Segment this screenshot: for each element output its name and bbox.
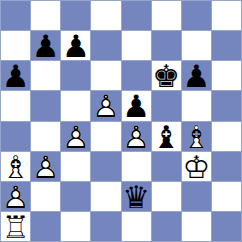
square-b1[interactable] — [31, 212, 60, 241]
square-b8[interactable] — [31, 1, 60, 30]
square-d3[interactable] — [91, 152, 120, 181]
piece-white-pawn[interactable]: ♟♙ — [122, 123, 151, 152]
square-d4[interactable] — [91, 122, 120, 151]
square-a5[interactable] — [1, 91, 30, 120]
square-a4[interactable] — [1, 122, 30, 151]
square-f5[interactable] — [152, 91, 181, 120]
square-d6[interactable] — [91, 61, 120, 90]
square-g2[interactable] — [182, 182, 211, 211]
piece-black-king[interactable]: ♚ — [152, 62, 181, 91]
black-pawn-glyph: ♟ — [31, 32, 60, 61]
square-e6[interactable] — [122, 61, 151, 90]
piece-white-rook[interactable]: ♜♖ — [1, 213, 30, 242]
square-f4[interactable]: ♝ — [152, 122, 181, 151]
white-pawn-glyph: ♙ — [31, 153, 60, 182]
piece-black-bishop[interactable]: ♝ — [152, 123, 181, 152]
piece-white-bishop[interactable]: ♝♗ — [182, 123, 211, 152]
square-d2[interactable] — [91, 182, 120, 211]
square-f8[interactable] — [152, 1, 181, 30]
piece-black-pawn[interactable]: ♟ — [61, 32, 90, 61]
black-queen-glyph: ♛ — [122, 183, 151, 212]
square-f3[interactable] — [152, 152, 181, 181]
square-a1[interactable]: ♜♖ — [1, 212, 30, 241]
square-b6[interactable] — [31, 61, 60, 90]
piece-white-pawn[interactable]: ♟♙ — [31, 153, 60, 182]
black-pawn-glyph: ♟ — [122, 92, 151, 121]
square-a7[interactable] — [1, 31, 30, 60]
piece-white-king[interactable]: ♚♔ — [182, 153, 211, 182]
square-e7[interactable] — [122, 31, 151, 60]
square-h1[interactable] — [212, 212, 241, 241]
square-b5[interactable] — [31, 91, 60, 120]
square-e8[interactable] — [122, 1, 151, 30]
square-d1[interactable] — [91, 212, 120, 241]
square-c5[interactable] — [61, 91, 90, 120]
square-g3[interactable]: ♚♔ — [182, 152, 211, 181]
black-pawn-glyph: ♟ — [182, 62, 211, 91]
white-pawn-glyph: ♙ — [1, 183, 30, 212]
square-a2[interactable]: ♟♙ — [1, 182, 30, 211]
square-d7[interactable] — [91, 31, 120, 60]
square-c8[interactable] — [61, 1, 90, 30]
square-c1[interactable] — [61, 212, 90, 241]
square-e3[interactable] — [122, 152, 151, 181]
piece-black-queen[interactable]: ♛ — [122, 183, 151, 212]
square-h8[interactable] — [212, 1, 241, 30]
square-h7[interactable] — [212, 31, 241, 60]
square-c3[interactable] — [61, 152, 90, 181]
square-g5[interactable] — [182, 91, 211, 120]
square-b4[interactable] — [31, 122, 60, 151]
square-e5[interactable]: ♟ — [122, 91, 151, 120]
piece-white-pawn[interactable]: ♟♙ — [1, 183, 30, 212]
square-h2[interactable] — [212, 182, 241, 211]
square-f7[interactable] — [152, 31, 181, 60]
white-king-glyph: ♔ — [182, 153, 211, 182]
piece-black-pawn[interactable]: ♟ — [1, 62, 30, 91]
square-b3[interactable]: ♟♙ — [31, 152, 60, 181]
square-e1[interactable] — [122, 212, 151, 241]
piece-black-pawn[interactable]: ♟ — [182, 62, 211, 91]
square-a3[interactable]: ♝♗ — [1, 152, 30, 181]
piece-white-pawn[interactable]: ♟♙ — [61, 123, 90, 152]
piece-white-bishop[interactable]: ♝♗ — [1, 153, 30, 182]
white-bishop-glyph: ♗ — [1, 153, 30, 182]
square-f2[interactable] — [152, 182, 181, 211]
square-c7[interactable]: ♟ — [61, 31, 90, 60]
square-a6[interactable]: ♟ — [1, 61, 30, 90]
square-g4[interactable]: ♝♗ — [182, 122, 211, 151]
black-bishop-glyph: ♝ — [152, 123, 181, 152]
square-f6[interactable]: ♚ — [152, 61, 181, 90]
square-f1[interactable] — [152, 212, 181, 241]
square-g8[interactable] — [182, 1, 211, 30]
square-b2[interactable] — [31, 182, 60, 211]
white-pawn-glyph: ♙ — [91, 92, 120, 121]
piece-black-pawn[interactable]: ♟ — [31, 32, 60, 61]
square-e2[interactable]: ♛ — [122, 182, 151, 211]
square-c6[interactable] — [61, 61, 90, 90]
square-g6[interactable]: ♟ — [182, 61, 211, 90]
square-h3[interactable] — [212, 152, 241, 181]
white-rook-glyph: ♖ — [1, 213, 30, 242]
black-king-glyph: ♚ — [152, 62, 181, 91]
square-h5[interactable] — [212, 91, 241, 120]
square-d8[interactable] — [91, 1, 120, 30]
square-g7[interactable] — [182, 31, 211, 60]
black-pawn-glyph: ♟ — [1, 62, 30, 91]
square-b7[interactable]: ♟ — [31, 31, 60, 60]
square-a8[interactable] — [1, 1, 30, 30]
black-pawn-glyph: ♟ — [61, 32, 90, 61]
white-bishop-glyph: ♗ — [182, 123, 211, 152]
piece-white-pawn[interactable]: ♟♙ — [91, 92, 120, 121]
square-d5[interactable]: ♟♙ — [91, 91, 120, 120]
white-pawn-glyph: ♙ — [122, 123, 151, 152]
square-g1[interactable] — [182, 212, 211, 241]
square-c4[interactable]: ♟♙ — [61, 122, 90, 151]
square-h6[interactable] — [212, 61, 241, 90]
square-c2[interactable] — [61, 182, 90, 211]
chess-board: ♟♟♟♚♟♟♙♟♟♙♟♙♝♝♗♝♗♟♙♚♔♟♙♛♜♖ — [0, 0, 242, 242]
white-pawn-glyph: ♙ — [61, 123, 90, 152]
square-e4[interactable]: ♟♙ — [122, 122, 151, 151]
piece-black-pawn[interactable]: ♟ — [122, 92, 151, 121]
square-h4[interactable] — [212, 122, 241, 151]
